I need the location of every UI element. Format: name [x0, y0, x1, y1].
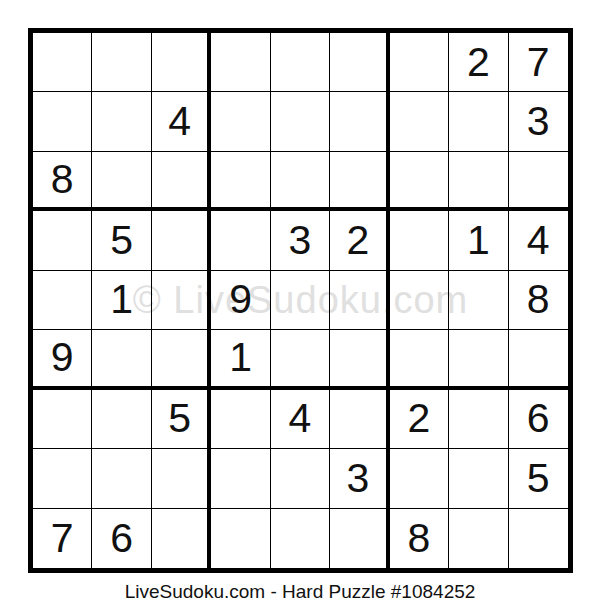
cell-r5c9[interactable]: 8	[509, 271, 568, 330]
cell-r2c3[interactable]: 4	[152, 92, 211, 151]
cell-r4c7[interactable]	[390, 211, 449, 270]
cell-r8c7[interactable]	[390, 449, 449, 508]
cell-r6c8[interactable]	[449, 330, 508, 389]
cell-r4c3[interactable]	[152, 211, 211, 270]
cell-r8c3[interactable]	[152, 449, 211, 508]
cell-r4c1[interactable]	[33, 211, 92, 270]
cell-r9c5[interactable]	[271, 509, 330, 568]
sudoku-board: © LiveSudoku.com 27438532141989154263576…	[28, 28, 573, 573]
cell-r1c5[interactable]	[271, 33, 330, 92]
cell-r9c4[interactable]	[211, 509, 270, 568]
cell-r2c7[interactable]	[390, 92, 449, 151]
cell-r6c5[interactable]	[271, 330, 330, 389]
cell-r5c5[interactable]	[271, 271, 330, 330]
cell-r7c5[interactable]: 4	[271, 390, 330, 449]
cell-r4c6[interactable]: 2	[330, 211, 389, 270]
cell-r4c4[interactable]	[211, 211, 270, 270]
caption: LiveSudoku.com - Hard Puzzle #1084252	[0, 581, 600, 603]
cell-r1c7[interactable]	[390, 33, 449, 92]
cell-r3c9[interactable]	[509, 152, 568, 211]
cell-r6c3[interactable]	[152, 330, 211, 389]
cell-r2c1[interactable]	[33, 92, 92, 151]
cell-r6c4[interactable]: 1	[211, 330, 270, 389]
cell-r5c4[interactable]: 9	[211, 271, 270, 330]
cell-r4c2[interactable]: 5	[92, 211, 151, 270]
cell-r4c5[interactable]: 3	[271, 211, 330, 270]
cell-r2c5[interactable]	[271, 92, 330, 151]
cell-r5c6[interactable]	[330, 271, 389, 330]
cell-r3c2[interactable]	[92, 152, 151, 211]
cell-r7c1[interactable]	[33, 390, 92, 449]
cell-r9c3[interactable]	[152, 509, 211, 568]
cell-r1c1[interactable]	[33, 33, 92, 92]
cell-r9c2[interactable]: 6	[92, 509, 151, 568]
cell-r7c3[interactable]: 5	[152, 390, 211, 449]
cell-r1c3[interactable]	[152, 33, 211, 92]
cell-r9c9[interactable]	[509, 509, 568, 568]
cell-r1c2[interactable]	[92, 33, 151, 92]
cell-r3c4[interactable]	[211, 152, 270, 211]
cell-r6c1[interactable]: 9	[33, 330, 92, 389]
cell-r7c6[interactable]	[330, 390, 389, 449]
cell-r5c2[interactable]: 1	[92, 271, 151, 330]
cell-r2c6[interactable]	[330, 92, 389, 151]
cell-r4c9[interactable]: 4	[509, 211, 568, 270]
cell-r8c5[interactable]	[271, 449, 330, 508]
cell-r8c8[interactable]	[449, 449, 508, 508]
cell-r1c4[interactable]	[211, 33, 270, 92]
cell-r7c9[interactable]: 6	[509, 390, 568, 449]
cell-r5c7[interactable]	[390, 271, 449, 330]
cell-r6c2[interactable]	[92, 330, 151, 389]
cell-r5c8[interactable]	[449, 271, 508, 330]
cell-r8c1[interactable]	[33, 449, 92, 508]
cell-r1c9[interactable]: 7	[509, 33, 568, 92]
cell-r2c8[interactable]	[449, 92, 508, 151]
cell-r4c8[interactable]: 1	[449, 211, 508, 270]
cell-r3c8[interactable]	[449, 152, 508, 211]
cell-r9c7[interactable]: 8	[390, 509, 449, 568]
cell-r2c4[interactable]	[211, 92, 270, 151]
cell-r5c1[interactable]	[33, 271, 92, 330]
cell-r8c4[interactable]	[211, 449, 270, 508]
cell-r6c7[interactable]	[390, 330, 449, 389]
cell-r3c7[interactable]	[390, 152, 449, 211]
cell-r7c4[interactable]	[211, 390, 270, 449]
cell-r1c8[interactable]: 2	[449, 33, 508, 92]
cell-r8c6[interactable]: 3	[330, 449, 389, 508]
cell-r7c8[interactable]	[449, 390, 508, 449]
cell-r2c9[interactable]: 3	[509, 92, 568, 151]
cell-r2c2[interactable]	[92, 92, 151, 151]
cell-r5c3[interactable]	[152, 271, 211, 330]
cell-r3c6[interactable]	[330, 152, 389, 211]
cell-r9c6[interactable]	[330, 509, 389, 568]
cell-r8c2[interactable]	[92, 449, 151, 508]
cell-r3c3[interactable]	[152, 152, 211, 211]
cell-r9c8[interactable]	[449, 509, 508, 568]
cell-r8c9[interactable]: 5	[509, 449, 568, 508]
cell-r6c9[interactable]	[509, 330, 568, 389]
cell-r6c6[interactable]	[330, 330, 389, 389]
cell-r3c5[interactable]	[271, 152, 330, 211]
cell-r1c6[interactable]	[330, 33, 389, 92]
cell-r7c2[interactable]	[92, 390, 151, 449]
cell-r7c7[interactable]: 2	[390, 390, 449, 449]
cell-r3c1[interactable]: 8	[33, 152, 92, 211]
cell-r9c1[interactable]: 7	[33, 509, 92, 568]
